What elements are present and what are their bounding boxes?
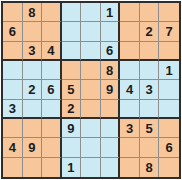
cell-r6c7[interactable] bbox=[120, 100, 140, 119]
cell-r2c7[interactable] bbox=[120, 22, 140, 41]
cell-r9c1[interactable] bbox=[3, 158, 23, 177]
cell-r5c5[interactable] bbox=[81, 80, 101, 99]
given-digit: 9 bbox=[106, 83, 113, 96]
cell-r6c5[interactable] bbox=[81, 100, 101, 119]
cell-r9c6[interactable] bbox=[101, 158, 121, 177]
cell-r7c1[interactable] bbox=[3, 119, 23, 138]
cell-r1c1[interactable] bbox=[3, 3, 23, 22]
cell-r5c7[interactable]: 4 bbox=[120, 80, 140, 99]
cell-r8c2[interactable]: 9 bbox=[23, 138, 43, 157]
cell-r1c6[interactable]: 1 bbox=[101, 3, 121, 22]
cell-r1c5[interactable] bbox=[81, 3, 101, 22]
cell-r7c6[interactable] bbox=[101, 119, 121, 138]
cell-r8c4[interactable] bbox=[62, 138, 82, 157]
cell-r9c9[interactable] bbox=[159, 158, 179, 177]
cell-r5c2[interactable]: 2 bbox=[23, 80, 43, 99]
cell-r4c6[interactable]: 8 bbox=[101, 61, 121, 80]
given-digit: 6 bbox=[47, 83, 54, 96]
cell-r3c6[interactable]: 6 bbox=[101, 42, 121, 61]
cell-r3c7[interactable] bbox=[120, 42, 140, 61]
given-digit: 3 bbox=[28, 44, 35, 57]
cell-r4c8[interactable] bbox=[140, 61, 160, 80]
cell-r1c9[interactable] bbox=[159, 3, 179, 22]
cell-r7c3[interactable] bbox=[42, 119, 62, 138]
cell-r7c8[interactable]: 5 bbox=[140, 119, 160, 138]
cell-r8c9[interactable]: 6 bbox=[159, 138, 179, 157]
cell-r1c2[interactable]: 8 bbox=[23, 3, 43, 22]
cell-r4c4[interactable] bbox=[62, 61, 82, 80]
cell-r8c3[interactable] bbox=[42, 138, 62, 157]
cell-r1c3[interactable] bbox=[42, 3, 62, 22]
given-digit: 3 bbox=[146, 83, 153, 96]
cell-r3c3[interactable]: 4 bbox=[42, 42, 62, 61]
given-digit: 2 bbox=[67, 102, 74, 115]
cell-r2c6[interactable] bbox=[101, 22, 121, 41]
cell-r3c4[interactable] bbox=[62, 42, 82, 61]
given-digit: 4 bbox=[47, 44, 54, 57]
cell-r1c8[interactable] bbox=[140, 3, 160, 22]
given-digit: 1 bbox=[166, 64, 173, 77]
cell-r5c6[interactable]: 9 bbox=[101, 80, 121, 99]
given-digit: 4 bbox=[126, 83, 133, 96]
cell-r3c2[interactable]: 3 bbox=[23, 42, 43, 61]
cell-r5c4[interactable]: 5 bbox=[62, 80, 82, 99]
cell-r8c7[interactable] bbox=[120, 138, 140, 157]
given-digit: 8 bbox=[146, 161, 153, 174]
cell-r6c1[interactable]: 3 bbox=[3, 100, 23, 119]
cell-r4c7[interactable] bbox=[120, 61, 140, 80]
cell-r6c4[interactable]: 2 bbox=[62, 100, 82, 119]
cell-r8c6[interactable] bbox=[101, 138, 121, 157]
cell-r4c9[interactable]: 1 bbox=[159, 61, 179, 80]
cell-r9c2[interactable] bbox=[23, 158, 43, 177]
cell-r4c3[interactable] bbox=[42, 61, 62, 80]
given-digit: 6 bbox=[106, 44, 113, 57]
cell-r5c3[interactable]: 6 bbox=[42, 80, 62, 99]
cell-r9c5[interactable] bbox=[81, 158, 101, 177]
cell-r4c2[interactable] bbox=[23, 61, 43, 80]
cell-r3c8[interactable] bbox=[140, 42, 160, 61]
given-digit: 1 bbox=[106, 6, 113, 19]
cell-r4c5[interactable] bbox=[81, 61, 101, 80]
given-digit: 4 bbox=[9, 141, 16, 154]
given-digit: 5 bbox=[67, 83, 74, 96]
cell-r6c8[interactable] bbox=[140, 100, 160, 119]
cell-r3c1[interactable] bbox=[3, 42, 23, 61]
cell-r7c4[interactable]: 9 bbox=[62, 119, 82, 138]
cell-r6c9[interactable] bbox=[159, 100, 179, 119]
cell-r1c7[interactable] bbox=[120, 3, 140, 22]
given-digit: 3 bbox=[9, 102, 16, 115]
cell-r2c3[interactable] bbox=[42, 22, 62, 41]
given-digit: 3 bbox=[126, 122, 133, 135]
cell-r2c1[interactable]: 6 bbox=[3, 22, 23, 41]
given-digit: 9 bbox=[67, 122, 74, 135]
cell-r8c1[interactable]: 4 bbox=[3, 138, 23, 157]
cell-r1c4[interactable] bbox=[62, 3, 82, 22]
cell-r7c2[interactable] bbox=[23, 119, 43, 138]
cell-r7c7[interactable]: 3 bbox=[120, 119, 140, 138]
cell-r2c9[interactable]: 7 bbox=[159, 22, 179, 41]
given-digit: 8 bbox=[28, 6, 35, 19]
cell-r3c5[interactable] bbox=[81, 42, 101, 61]
cell-r9c7[interactable] bbox=[120, 158, 140, 177]
cell-r6c3[interactable] bbox=[42, 100, 62, 119]
cell-r2c2[interactable] bbox=[23, 22, 43, 41]
cell-r5c1[interactable] bbox=[3, 80, 23, 99]
given-digit: 5 bbox=[146, 122, 153, 135]
cell-r7c9[interactable] bbox=[159, 119, 179, 138]
cell-r6c6[interactable] bbox=[101, 100, 121, 119]
cell-r5c9[interactable] bbox=[159, 80, 179, 99]
cell-r5c8[interactable]: 3 bbox=[140, 80, 160, 99]
cell-r9c8[interactable]: 8 bbox=[140, 158, 160, 177]
given-digit: 6 bbox=[9, 25, 16, 38]
cell-r9c4[interactable]: 1 bbox=[62, 158, 82, 177]
cell-r8c8[interactable] bbox=[140, 138, 160, 157]
cell-r2c4[interactable] bbox=[62, 22, 82, 41]
given-digit: 7 bbox=[166, 25, 173, 38]
cell-r4c1[interactable] bbox=[3, 61, 23, 80]
given-digit: 6 bbox=[166, 141, 173, 154]
given-digit: 9 bbox=[28, 141, 35, 154]
cell-r2c5[interactable] bbox=[81, 22, 101, 41]
given-digit: 1 bbox=[67, 161, 74, 174]
given-digit: 2 bbox=[28, 83, 35, 96]
sudoku-app: 81627346812659433293549618 bbox=[0, 0, 182, 180]
given-digit: 2 bbox=[146, 25, 153, 38]
cell-r8c5[interactable] bbox=[81, 138, 101, 157]
cell-r3c9[interactable] bbox=[159, 42, 179, 61]
cell-r6c2[interactable] bbox=[23, 100, 43, 119]
sudoku-board: 81627346812659433293549618 bbox=[1, 1, 181, 179]
cell-r7c5[interactable] bbox=[81, 119, 101, 138]
cell-r2c8[interactable]: 2 bbox=[140, 22, 160, 41]
cell-r9c3[interactable] bbox=[42, 158, 62, 177]
given-digit: 8 bbox=[106, 64, 113, 77]
